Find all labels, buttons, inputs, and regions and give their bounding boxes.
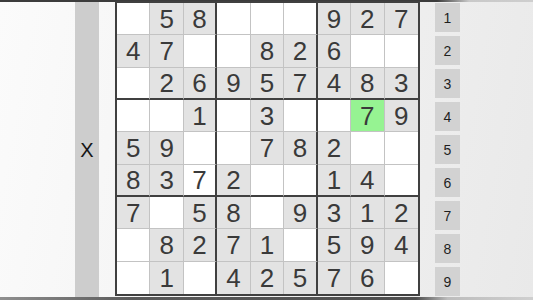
cell-r5c7[interactable]: 2 (318, 132, 351, 164)
cell-r1c1[interactable] (117, 3, 150, 35)
sudoku-board: 5892747826269574831379597828372147589312… (115, 1, 420, 296)
cell-r7c7[interactable]: 3 (318, 197, 351, 229)
cell-r3c5[interactable]: 5 (251, 68, 284, 100)
cell-r5c6[interactable]: 8 (284, 132, 317, 164)
cell-r7c2[interactable] (150, 197, 183, 229)
cell-r7c8[interactable]: 1 (351, 197, 384, 229)
numpad-button-5[interactable]: 5 (435, 135, 460, 164)
cell-r9c7[interactable]: 7 (318, 262, 351, 294)
numpad-button-1[interactable]: 1 (435, 3, 460, 32)
cell-r7c6[interactable]: 9 (284, 197, 317, 229)
cell-r3c9[interactable]: 3 (385, 68, 418, 100)
numpad-button-9[interactable]: 9 (435, 267, 460, 296)
cell-r9c8[interactable]: 6 (351, 262, 384, 294)
cell-r4c9[interactable]: 9 (385, 100, 418, 132)
cell-r1c5[interactable] (251, 3, 284, 35)
cell-r3c1[interactable] (117, 68, 150, 100)
cell-r2c4[interactable] (217, 35, 250, 67)
cell-r8c9[interactable]: 4 (385, 229, 418, 261)
cell-r9c2[interactable]: 1 (150, 262, 183, 294)
cell-r3c8[interactable]: 8 (351, 68, 384, 100)
number-pad: 123456789 (435, 3, 460, 296)
cell-r9c4[interactable]: 4 (217, 262, 250, 294)
cell-r7c3[interactable]: 5 (184, 197, 217, 229)
cell-r4c8[interactable]: 7 (351, 100, 384, 132)
cell-r2c3[interactable] (184, 35, 217, 67)
cell-r4c3[interactable]: 1 (184, 100, 217, 132)
cell-r5c5[interactable]: 7 (251, 132, 284, 164)
cell-r7c5[interactable] (251, 197, 284, 229)
cell-r2c9[interactable] (385, 35, 418, 67)
cell-r5c4[interactable] (217, 132, 250, 164)
cell-r2c5[interactable]: 8 (251, 35, 284, 67)
cell-r9c5[interactable]: 2 (251, 262, 284, 294)
cell-r1c3[interactable]: 8 (184, 3, 217, 35)
cell-r8c6[interactable] (284, 229, 317, 261)
cell-r5c3[interactable] (184, 132, 217, 164)
cell-r8c7[interactable]: 5 (318, 229, 351, 261)
cell-r6c6[interactable] (284, 165, 317, 197)
cell-r9c6[interactable]: 5 (284, 262, 317, 294)
cell-r1c8[interactable]: 2 (351, 3, 384, 35)
cell-r2c1[interactable]: 4 (117, 35, 150, 67)
cell-r4c2[interactable] (150, 100, 183, 132)
cell-r6c9[interactable] (385, 165, 418, 197)
cell-r6c7[interactable]: 1 (318, 165, 351, 197)
cell-r5c1[interactable]: 5 (117, 132, 150, 164)
cell-r1c2[interactable]: 5 (150, 3, 183, 35)
cell-r3c4[interactable]: 9 (217, 68, 250, 100)
cell-r2c8[interactable] (351, 35, 384, 67)
cell-r9c1[interactable] (117, 262, 150, 294)
close-button[interactable]: X (80, 140, 93, 160)
cell-r7c1[interactable]: 7 (117, 197, 150, 229)
cell-r5c8[interactable] (351, 132, 384, 164)
cell-r3c7[interactable]: 4 (318, 68, 351, 100)
cell-r4c7[interactable] (318, 100, 351, 132)
cell-r3c3[interactable]: 6 (184, 68, 217, 100)
cell-r2c7[interactable]: 6 (318, 35, 351, 67)
cell-r6c8[interactable]: 4 (351, 165, 384, 197)
cell-r6c2[interactable]: 3 (150, 165, 183, 197)
cell-r8c8[interactable]: 9 (351, 229, 384, 261)
cell-r6c5[interactable] (251, 165, 284, 197)
cell-r8c1[interactable] (117, 229, 150, 261)
cell-r7c4[interactable]: 8 (217, 197, 250, 229)
cell-r5c2[interactable]: 9 (150, 132, 183, 164)
cell-r8c4[interactable]: 7 (217, 229, 250, 261)
cell-r9c9[interactable] (385, 262, 418, 294)
numpad-button-3[interactable]: 3 (435, 69, 460, 98)
cell-r1c7[interactable]: 9 (318, 3, 351, 35)
cell-r2c2[interactable]: 7 (150, 35, 183, 67)
cell-r6c4[interactable]: 2 (217, 165, 250, 197)
cell-r7c9[interactable]: 2 (385, 197, 418, 229)
cell-r4c4[interactable] (217, 100, 250, 132)
numpad-button-8[interactable]: 8 (435, 234, 460, 263)
cell-r1c4[interactable] (217, 3, 250, 35)
cell-r3c6[interactable]: 7 (284, 68, 317, 100)
cell-r6c1[interactable]: 8 (117, 165, 150, 197)
cell-r2c6[interactable]: 2 (284, 35, 317, 67)
cell-r9c3[interactable] (184, 262, 217, 294)
numpad-button-2[interactable]: 2 (435, 36, 460, 65)
cell-r6c3[interactable]: 7 (184, 165, 217, 197)
cell-r4c6[interactable] (284, 100, 317, 132)
cell-r4c5[interactable]: 3 (251, 100, 284, 132)
cell-r8c2[interactable]: 8 (150, 229, 183, 261)
numpad-button-7[interactable]: 7 (435, 201, 460, 230)
cell-r1c9[interactable]: 7 (385, 3, 418, 35)
cell-r1c6[interactable] (284, 3, 317, 35)
side-panel: X (75, 2, 99, 297)
cell-r3c2[interactable]: 2 (150, 68, 183, 100)
cell-r4c1[interactable] (117, 100, 150, 132)
cell-r5c9[interactable] (385, 132, 418, 164)
numpad-button-6[interactable]: 6 (435, 168, 460, 197)
cell-r8c5[interactable]: 1 (251, 229, 284, 261)
cell-r8c3[interactable]: 2 (184, 229, 217, 261)
numpad-button-4[interactable]: 4 (435, 102, 460, 131)
